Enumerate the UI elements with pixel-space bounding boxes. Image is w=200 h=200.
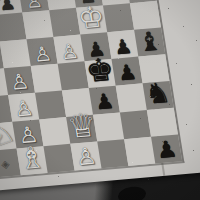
square-e4 xyxy=(58,61,89,90)
square-f5 xyxy=(80,32,111,61)
square-h6 xyxy=(130,1,161,30)
square-d5 xyxy=(27,37,58,66)
mat-maker-logo: ◈ xyxy=(0,156,20,171)
square-h3 xyxy=(143,81,174,110)
square-f4 xyxy=(85,59,116,88)
off-board-shadow xyxy=(117,185,147,200)
square-g4 xyxy=(111,57,142,86)
square-h4 xyxy=(138,54,169,83)
square-g1 xyxy=(124,137,155,166)
square-f2 xyxy=(93,112,124,141)
square-h1 xyxy=(151,134,182,163)
square-e5 xyxy=(53,35,84,64)
square-c5 xyxy=(0,39,31,68)
square-g3 xyxy=(116,83,147,112)
square-c3 xyxy=(8,93,39,122)
square-f3 xyxy=(89,86,120,115)
film-grain-light xyxy=(0,0,1,1)
square-e1 xyxy=(70,142,101,171)
square-c2 xyxy=(12,119,43,148)
square-f1 xyxy=(97,139,128,168)
square-d4 xyxy=(31,64,62,93)
chessboard-photo: ♟♙♟♔♙♙♟♟♝♙♚♟♙♟♞♘♙♕◈♗♙♟ xyxy=(0,0,200,200)
square-d6 xyxy=(22,10,53,39)
square-f6 xyxy=(76,5,107,34)
square-g6 xyxy=(103,3,134,32)
square-e6 xyxy=(49,8,80,37)
square-c1 xyxy=(17,146,48,175)
square-d2 xyxy=(39,117,70,146)
square-c4 xyxy=(4,66,35,95)
board-mat: ♟♙♟♔♙♙♟♟♝♙♚♟♙♟♞♘♙♕◈♗♙♟ xyxy=(0,0,200,194)
square-d3 xyxy=(35,90,66,119)
square-e3 xyxy=(62,88,93,117)
square-d1 xyxy=(43,144,74,173)
board-squares: ♟♙♟♔♙♙♟♟♝♙♚♟♙♟♞♘♙♕◈♗♙♟ xyxy=(0,0,184,182)
square-g5 xyxy=(107,30,138,59)
square-e2 xyxy=(66,115,97,144)
square-h5 xyxy=(134,28,165,57)
square-g2 xyxy=(120,110,151,139)
square-h2 xyxy=(147,108,178,137)
